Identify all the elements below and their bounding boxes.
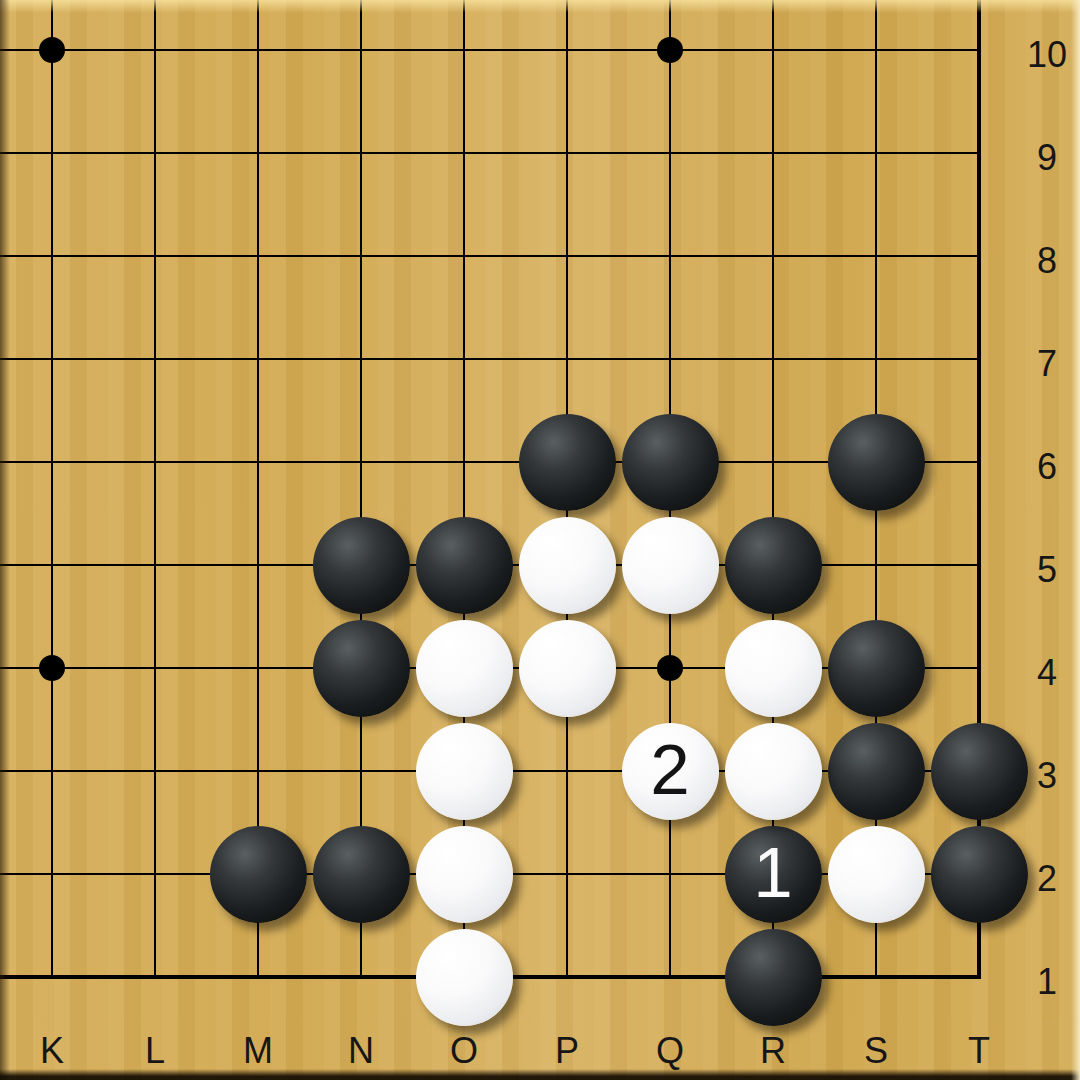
stone-black-N2[interactable] <box>313 826 410 923</box>
go-board[interactable]: 12 KLMNOPQRST12345678910 <box>0 0 1080 1080</box>
row-label-2: 2 <box>1019 861 1075 897</box>
stone-white-R3[interactable] <box>725 723 822 820</box>
column-label-R: R <box>743 1033 803 1069</box>
star-point-K10 <box>39 37 65 63</box>
go-app-screen: 12 KLMNOPQRST12345678910 <box>0 0 1080 1080</box>
stone-black-O5[interactable] <box>416 517 513 614</box>
column-label-S: S <box>846 1033 906 1069</box>
stone-white-Q5[interactable] <box>622 517 719 614</box>
column-label-L: L <box>125 1033 185 1069</box>
stone-black-R1[interactable] <box>725 929 822 1026</box>
stone-black-N4[interactable] <box>313 620 410 717</box>
stone-black-R5[interactable] <box>725 517 822 614</box>
column-label-N: N <box>331 1033 391 1069</box>
stone-white-R4[interactable] <box>725 620 822 717</box>
stone-white-P5[interactable] <box>519 517 616 614</box>
stone-black-P6[interactable] <box>519 414 616 511</box>
row-label-5: 5 <box>1019 552 1075 588</box>
star-point-K4 <box>39 655 65 681</box>
row-label-6: 6 <box>1019 449 1075 485</box>
stone-white-O3[interactable] <box>416 723 513 820</box>
stone-white-O1[interactable] <box>416 929 513 1026</box>
stone-black-N5[interactable] <box>313 517 410 614</box>
stone-white-Q3[interactable]: 2 <box>622 723 719 820</box>
stone-black-S3[interactable] <box>828 723 925 820</box>
row-label-7: 7 <box>1019 346 1075 382</box>
row-label-1: 1 <box>1019 964 1075 1000</box>
column-label-M: M <box>228 1033 288 1069</box>
row-label-3: 3 <box>1019 758 1075 794</box>
column-label-Q: Q <box>640 1033 700 1069</box>
move-number-1: 1 <box>753 837 793 912</box>
column-label-P: P <box>537 1033 597 1069</box>
stone-white-O2[interactable] <box>416 826 513 923</box>
row-label-4: 4 <box>1019 655 1075 691</box>
column-label-O: O <box>434 1033 494 1069</box>
stone-black-T3[interactable] <box>931 723 1028 820</box>
star-point-Q4 <box>657 655 683 681</box>
star-point-Q10 <box>657 37 683 63</box>
row-label-10: 10 <box>1019 37 1075 73</box>
stone-black-T2[interactable] <box>931 826 1028 923</box>
row-label-8: 8 <box>1019 243 1075 279</box>
column-label-K: K <box>22 1033 82 1069</box>
row-label-9: 9 <box>1019 140 1075 176</box>
stone-black-M2[interactable] <box>210 826 307 923</box>
stone-black-Q6[interactable] <box>622 414 719 511</box>
stone-black-S4[interactable] <box>828 620 925 717</box>
stone-black-S6[interactable] <box>828 414 925 511</box>
stone-white-S2[interactable] <box>828 826 925 923</box>
stone-white-P4[interactable] <box>519 620 616 717</box>
column-label-T: T <box>949 1033 1009 1069</box>
stone-white-O4[interactable] <box>416 620 513 717</box>
move-number-2: 2 <box>650 734 690 809</box>
stone-black-R2[interactable]: 1 <box>725 826 822 923</box>
